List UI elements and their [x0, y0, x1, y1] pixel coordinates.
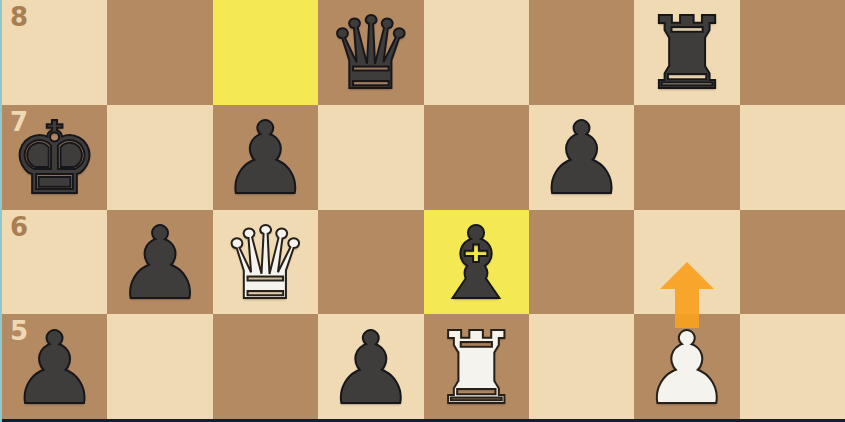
square-e8[interactable]	[424, 0, 529, 105]
square-f6[interactable]	[529, 210, 634, 315]
piece-black-bishop[interactable]: ♝	[431, 214, 521, 314]
square-f5[interactable]	[529, 314, 634, 419]
square-d8[interactable]: ♛	[318, 0, 423, 105]
piece-white-queen[interactable]: ♛	[221, 214, 311, 314]
square-d5[interactable]: ♟	[318, 314, 423, 419]
square-b7[interactable]	[107, 105, 212, 210]
square-f7[interactable]: ♟	[529, 105, 634, 210]
chess-board: 8♛♜7♚♟♟6♟♛♝5♟♟♜♟	[2, 0, 845, 419]
chess-board-container: 8♛♜7♚♟♟6♟♛♝5♟♟♜♟	[0, 0, 845, 422]
piece-black-pawn[interactable]: ♟	[115, 214, 205, 314]
square-d6[interactable]	[318, 210, 423, 315]
square-h7[interactable]	[740, 105, 845, 210]
square-e6[interactable]: ♝	[424, 210, 529, 315]
square-d7[interactable]	[318, 105, 423, 210]
square-a5[interactable]: 5♟	[2, 314, 107, 419]
piece-white-rook[interactable]: ♜	[431, 319, 521, 419]
square-g7[interactable]	[634, 105, 739, 210]
square-g8[interactable]: ♜	[634, 0, 739, 105]
square-b5[interactable]	[107, 314, 212, 419]
square-c6[interactable]: ♛	[213, 210, 318, 315]
square-a6[interactable]: 6	[2, 210, 107, 315]
square-a8[interactable]: 8	[2, 0, 107, 105]
square-e7[interactable]	[424, 105, 529, 210]
piece-black-pawn[interactable]: ♟	[221, 109, 311, 209]
rank-label-6: 6	[10, 214, 28, 240]
square-g5[interactable]: ♟	[634, 314, 739, 419]
square-c7[interactable]: ♟	[213, 105, 318, 210]
piece-white-pawn[interactable]: ♟	[642, 319, 732, 419]
square-b6[interactable]: ♟	[107, 210, 212, 315]
square-g6[interactable]	[634, 210, 739, 315]
piece-black-king[interactable]: ♚	[10, 109, 100, 209]
square-c5[interactable]	[213, 314, 318, 419]
square-c8[interactable]	[213, 0, 318, 105]
piece-black-rook[interactable]: ♜	[642, 4, 732, 104]
square-e5[interactable]: ♜	[424, 314, 529, 419]
piece-black-pawn[interactable]: ♟	[10, 319, 100, 419]
square-h5[interactable]	[740, 314, 845, 419]
piece-black-pawn[interactable]: ♟	[537, 109, 627, 209]
square-h8[interactable]	[740, 0, 845, 105]
rank-label-8: 8	[10, 4, 28, 30]
piece-black-pawn[interactable]: ♟	[326, 319, 416, 419]
square-h6[interactable]	[740, 210, 845, 315]
square-a7[interactable]: 7♚	[2, 105, 107, 210]
square-b8[interactable]	[107, 0, 212, 105]
piece-black-queen[interactable]: ♛	[326, 4, 416, 104]
square-f8[interactable]	[529, 0, 634, 105]
